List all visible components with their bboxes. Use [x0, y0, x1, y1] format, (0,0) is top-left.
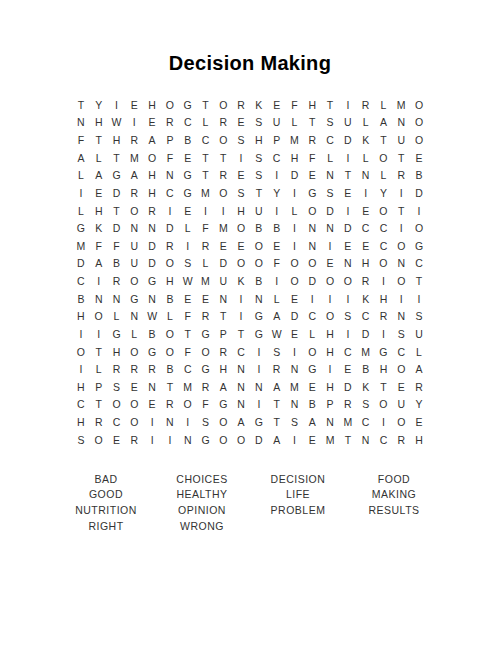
grid-cell[interactable]: G	[179, 96, 197, 114]
grid-cell[interactable]: I	[250, 360, 268, 378]
grid-cell[interactable]: I	[268, 202, 286, 220]
grid-cell[interactable]: O	[375, 255, 393, 273]
grid-cell[interactable]: O	[392, 237, 410, 255]
grid-cell[interactable]: R	[125, 184, 143, 202]
grid-cell[interactable]: C	[357, 413, 375, 431]
grid-cell[interactable]: I	[286, 237, 304, 255]
grid-cell[interactable]: T	[214, 308, 232, 326]
grid-cell[interactable]: H	[143, 96, 161, 114]
grid-cell[interactable]: C	[232, 343, 250, 361]
grid-cell[interactable]: E	[179, 202, 197, 220]
grid-cell[interactable]: E	[303, 378, 321, 396]
grid-cell[interactable]: I	[232, 308, 250, 326]
grid-cell[interactable]: E	[179, 149, 197, 167]
grid-cell[interactable]: N	[161, 413, 179, 431]
grid-cell[interactable]: C	[375, 431, 393, 449]
grid-cell[interactable]: O	[214, 184, 232, 202]
grid-cell[interactable]: K	[357, 290, 375, 308]
grid-cell[interactable]: C	[72, 272, 90, 290]
grid-cell[interactable]: M	[286, 131, 304, 149]
grid-cell[interactable]: M	[197, 184, 215, 202]
grid-cell[interactable]: E	[197, 290, 215, 308]
grid-cell[interactable]: O	[392, 272, 410, 290]
grid-cell[interactable]: F	[197, 219, 215, 237]
grid-cell[interactable]: H	[143, 167, 161, 185]
grid-cell[interactable]: I	[90, 272, 108, 290]
grid-cell[interactable]: N	[321, 219, 339, 237]
grid-cell[interactable]: Y	[410, 396, 428, 414]
grid-cell[interactable]: O	[392, 360, 410, 378]
grid-cell[interactable]: T	[339, 167, 357, 185]
grid-cell[interactable]: I	[108, 96, 126, 114]
grid-cell[interactable]: I	[321, 237, 339, 255]
grid-cell[interactable]: I	[321, 360, 339, 378]
grid-cell[interactable]: W	[179, 272, 197, 290]
grid-cell[interactable]: A	[268, 308, 286, 326]
grid-cell[interactable]: R	[197, 378, 215, 396]
grid-cell[interactable]: L	[286, 202, 304, 220]
grid-cell[interactable]: T	[232, 325, 250, 343]
grid-cell[interactable]: M	[125, 149, 143, 167]
grid-cell[interactable]: A	[303, 413, 321, 431]
grid-cell[interactable]: N	[90, 290, 108, 308]
grid-cell[interactable]: W	[143, 308, 161, 326]
grid-cell[interactable]: O	[375, 149, 393, 167]
grid-cell[interactable]: Y	[268, 184, 286, 202]
grid-cell[interactable]: L	[90, 360, 108, 378]
grid-cell[interactable]: I	[339, 325, 357, 343]
grid-cell[interactable]: O	[214, 131, 232, 149]
grid-cell[interactable]: H	[232, 202, 250, 220]
grid-cell[interactable]: O	[214, 413, 232, 431]
grid-cell[interactable]: K	[90, 219, 108, 237]
grid-cell[interactable]: I	[125, 114, 143, 132]
grid-cell[interactable]: N	[214, 290, 232, 308]
grid-cell[interactable]: A	[232, 413, 250, 431]
grid-cell[interactable]: F	[179, 308, 197, 326]
grid-cell[interactable]: E	[410, 413, 428, 431]
grid-cell[interactable]: E	[125, 378, 143, 396]
grid-cell[interactable]: D	[214, 255, 232, 273]
grid-cell[interactable]: I	[286, 431, 304, 449]
grid-cell[interactable]: H	[303, 96, 321, 114]
grid-cell[interactable]: N	[72, 114, 90, 132]
grid-cell[interactable]: O	[232, 219, 250, 237]
grid-cell[interactable]: O	[161, 96, 179, 114]
grid-cell[interactable]: P	[214, 325, 232, 343]
grid-cell[interactable]: B	[410, 167, 428, 185]
grid-cell[interactable]: N	[161, 167, 179, 185]
grid-cell[interactable]: T	[410, 272, 428, 290]
grid-cell[interactable]: O	[125, 413, 143, 431]
grid-cell[interactable]: T	[90, 343, 108, 361]
grid-cell[interactable]: A	[125, 167, 143, 185]
grid-cell[interactable]: O	[375, 202, 393, 220]
grid-cell[interactable]: B	[250, 219, 268, 237]
grid-cell[interactable]: D	[286, 308, 304, 326]
grid-cell[interactable]: R	[197, 308, 215, 326]
grid-cell[interactable]: C	[179, 360, 197, 378]
grid-cell[interactable]: S	[232, 131, 250, 149]
grid-cell[interactable]: O	[161, 325, 179, 343]
grid-cell[interactable]: O	[303, 255, 321, 273]
grid-cell[interactable]: O	[125, 396, 143, 414]
grid-cell[interactable]: E	[214, 237, 232, 255]
grid-cell[interactable]: D	[143, 255, 161, 273]
grid-cell[interactable]: H	[72, 413, 90, 431]
grid-cell[interactable]: N	[232, 396, 250, 414]
grid-cell[interactable]: A	[268, 378, 286, 396]
grid-cell[interactable]: F	[179, 343, 197, 361]
grid-cell[interactable]: O	[286, 272, 304, 290]
grid-cell[interactable]: U	[125, 255, 143, 273]
grid-cell[interactable]: L	[72, 167, 90, 185]
grid-cell[interactable]: Y	[90, 96, 108, 114]
grid-cell[interactable]: M	[339, 413, 357, 431]
grid-cell[interactable]: S	[392, 325, 410, 343]
grid-cell[interactable]: R	[90, 413, 108, 431]
grid-cell[interactable]: N	[392, 308, 410, 326]
grid-cell[interactable]: I	[232, 149, 250, 167]
grid-cell[interactable]: N	[143, 219, 161, 237]
grid-cell[interactable]: O	[214, 96, 232, 114]
grid-cell[interactable]: L	[410, 343, 428, 361]
grid-cell[interactable]: L	[72, 202, 90, 220]
grid-cell[interactable]: T	[303, 114, 321, 132]
grid-cell[interactable]: I	[339, 290, 357, 308]
grid-cell[interactable]: T	[197, 167, 215, 185]
grid-cell[interactable]: E	[108, 431, 126, 449]
grid-cell[interactable]: S	[108, 378, 126, 396]
grid-cell[interactable]: H	[375, 290, 393, 308]
grid-cell[interactable]: C	[357, 219, 375, 237]
grid-cell[interactable]: S	[357, 396, 375, 414]
grid-cell[interactable]: T	[250, 184, 268, 202]
grid-cell[interactable]: O	[125, 343, 143, 361]
grid-cell[interactable]: M	[392, 96, 410, 114]
grid-cell[interactable]: B	[72, 290, 90, 308]
grid-cell[interactable]: T	[197, 149, 215, 167]
grid-cell[interactable]: N	[179, 431, 197, 449]
grid-cell[interactable]: M	[321, 431, 339, 449]
grid-cell[interactable]: I	[375, 413, 393, 431]
grid-cell[interactable]: S	[410, 308, 428, 326]
grid-cell[interactable]: T	[214, 149, 232, 167]
grid-cell[interactable]: W	[108, 114, 126, 132]
grid-cell[interactable]: E	[286, 325, 304, 343]
grid-cell[interactable]: H	[90, 114, 108, 132]
grid-cell[interactable]: N	[143, 378, 161, 396]
grid-cell[interactable]: R	[392, 431, 410, 449]
grid-cell[interactable]: I	[90, 325, 108, 343]
grid-cell[interactable]: K	[357, 131, 375, 149]
grid-cell[interactable]: T	[375, 378, 393, 396]
grid-cell[interactable]: I	[375, 325, 393, 343]
grid-cell[interactable]: I	[286, 343, 304, 361]
grid-cell[interactable]: N	[303, 237, 321, 255]
grid-cell[interactable]: N	[232, 360, 250, 378]
grid-cell[interactable]: C	[303, 308, 321, 326]
grid-cell[interactable]: I	[250, 343, 268, 361]
grid-cell[interactable]: O	[410, 219, 428, 237]
grid-cell[interactable]: H	[321, 325, 339, 343]
grid-cell[interactable]: S	[250, 149, 268, 167]
grid-cell[interactable]: R	[125, 360, 143, 378]
grid-cell[interactable]: G	[410, 237, 428, 255]
grid-cell[interactable]: B	[179, 131, 197, 149]
grid-cell[interactable]: N	[125, 308, 143, 326]
grid-cell[interactable]: S	[232, 184, 250, 202]
grid-cell[interactable]: D	[108, 219, 126, 237]
grid-cell[interactable]: E	[357, 202, 375, 220]
grid-cell[interactable]: H	[321, 343, 339, 361]
grid-cell[interactable]: H	[161, 272, 179, 290]
grid-cell[interactable]: R	[108, 360, 126, 378]
grid-cell[interactable]: L	[179, 219, 197, 237]
grid-cell[interactable]: L	[125, 325, 143, 343]
grid-cell[interactable]: L	[161, 308, 179, 326]
grid-cell[interactable]: C	[161, 184, 179, 202]
grid-cell[interactable]: I	[339, 96, 357, 114]
grid-cell[interactable]: D	[72, 255, 90, 273]
grid-cell[interactable]: O	[179, 396, 197, 414]
grid-cell[interactable]: E	[232, 237, 250, 255]
grid-cell[interactable]: M	[357, 343, 375, 361]
grid-cell[interactable]: I	[143, 413, 161, 431]
grid-cell[interactable]: D	[339, 378, 357, 396]
grid-cell[interactable]: G	[375, 343, 393, 361]
grid-cell[interactable]: N	[108, 290, 126, 308]
grid-cell[interactable]: O	[321, 272, 339, 290]
grid-cell[interactable]: C	[179, 114, 197, 132]
grid-cell[interactable]: O	[108, 396, 126, 414]
grid-cell[interactable]: L	[90, 149, 108, 167]
grid-cell[interactable]: R	[125, 431, 143, 449]
grid-cell[interactable]: F	[303, 149, 321, 167]
grid-cell[interactable]: F	[72, 131, 90, 149]
grid-cell[interactable]: K	[232, 272, 250, 290]
grid-cell[interactable]: E	[143, 114, 161, 132]
grid-cell[interactable]: T	[339, 431, 357, 449]
grid-cell[interactable]: I	[161, 202, 179, 220]
grid-cell[interactable]: G	[143, 272, 161, 290]
grid-cell[interactable]: L	[268, 290, 286, 308]
grid-cell[interactable]: S	[72, 431, 90, 449]
grid-cell[interactable]: P	[90, 378, 108, 396]
grid-cell[interactable]: T	[392, 202, 410, 220]
grid-cell[interactable]: E	[232, 114, 250, 132]
grid-cell[interactable]: O	[125, 272, 143, 290]
grid-cell[interactable]: B	[161, 360, 179, 378]
grid-cell[interactable]: R	[197, 237, 215, 255]
grid-cell[interactable]: Y	[375, 184, 393, 202]
grid-cell[interactable]: E	[286, 290, 304, 308]
grid-cell[interactable]: A	[410, 360, 428, 378]
grid-cell[interactable]: C	[339, 343, 357, 361]
grid-cell[interactable]: I	[250, 396, 268, 414]
grid-cell[interactable]: G	[303, 184, 321, 202]
grid-cell[interactable]: S	[339, 308, 357, 326]
grid-cell[interactable]: R	[161, 237, 179, 255]
grid-cell[interactable]: O	[90, 308, 108, 326]
grid-cell[interactable]: H	[321, 378, 339, 396]
grid-cell[interactable]: E	[357, 237, 375, 255]
grid-cell[interactable]: O	[375, 396, 393, 414]
grid-cell[interactable]: O	[232, 255, 250, 273]
grid-cell[interactable]: H	[375, 360, 393, 378]
grid-cell[interactable]: G	[303, 360, 321, 378]
grid-cell[interactable]: I	[72, 184, 90, 202]
grid-cell[interactable]: R	[143, 202, 161, 220]
grid-cell[interactable]: T	[375, 131, 393, 149]
grid-cell[interactable]: G	[125, 290, 143, 308]
grid-cell[interactable]: T	[321, 96, 339, 114]
grid-cell[interactable]: F	[268, 255, 286, 273]
grid-cell[interactable]: H	[108, 131, 126, 149]
grid-cell[interactable]: I	[268, 167, 286, 185]
grid-cell[interactable]: M	[72, 237, 90, 255]
grid-cell[interactable]: I	[286, 219, 304, 237]
grid-cell[interactable]: D	[339, 219, 357, 237]
grid-cell[interactable]: G	[197, 431, 215, 449]
grid-cell[interactable]: H	[72, 308, 90, 326]
grid-cell[interactable]: O	[321, 308, 339, 326]
grid-cell[interactable]: E	[410, 149, 428, 167]
grid-cell[interactable]: H	[214, 360, 232, 378]
grid-cell[interactable]: L	[357, 149, 375, 167]
grid-cell[interactable]: G	[250, 413, 268, 431]
grid-cell[interactable]: O	[214, 431, 232, 449]
grid-cell[interactable]: B	[357, 360, 375, 378]
grid-cell[interactable]: L	[375, 167, 393, 185]
grid-cell[interactable]: U	[250, 202, 268, 220]
grid-cell[interactable]: U	[268, 114, 286, 132]
grid-cell[interactable]: G	[197, 360, 215, 378]
grid-cell[interactable]: H	[72, 378, 90, 396]
grid-cell[interactable]: O	[286, 255, 304, 273]
grid-cell[interactable]: N	[286, 396, 304, 414]
grid-cell[interactable]: T	[179, 325, 197, 343]
grid-cell[interactable]: N	[232, 378, 250, 396]
grid-cell[interactable]: N	[143, 290, 161, 308]
grid-cell[interactable]: T	[108, 202, 126, 220]
grid-cell[interactable]: K	[357, 378, 375, 396]
grid-cell[interactable]: R	[375, 308, 393, 326]
grid-cell[interactable]: U	[392, 131, 410, 149]
grid-cell[interactable]: A	[143, 131, 161, 149]
grid-cell[interactable]: U	[125, 237, 143, 255]
grid-cell[interactable]: F	[197, 396, 215, 414]
grid-cell[interactable]: E	[339, 360, 357, 378]
grid-cell[interactable]: O	[410, 131, 428, 149]
grid-cell[interactable]: R	[268, 360, 286, 378]
grid-cell[interactable]: T	[108, 149, 126, 167]
grid-cell[interactable]: G	[197, 325, 215, 343]
grid-cell[interactable]: P	[161, 131, 179, 149]
grid-cell[interactable]: E	[90, 184, 108, 202]
grid-cell[interactable]: O	[303, 343, 321, 361]
grid-cell[interactable]: R	[357, 272, 375, 290]
grid-cell[interactable]: O	[143, 149, 161, 167]
grid-cell[interactable]: T	[268, 413, 286, 431]
grid-cell[interactable]: M	[197, 272, 215, 290]
grid-cell[interactable]: I	[375, 272, 393, 290]
grid-cell[interactable]: D	[357, 325, 375, 343]
grid-cell[interactable]: E	[321, 255, 339, 273]
grid-cell[interactable]: N	[321, 413, 339, 431]
grid-cell[interactable]: O	[410, 96, 428, 114]
grid-cell[interactable]: O	[392, 413, 410, 431]
grid-cell[interactable]: C	[375, 237, 393, 255]
grid-cell[interactable]: T	[197, 96, 215, 114]
grid-cell[interactable]: B	[250, 272, 268, 290]
grid-cell[interactable]: T	[90, 396, 108, 414]
grid-cell[interactable]: E	[268, 237, 286, 255]
grid-cell[interactable]: M	[286, 378, 304, 396]
grid-cell[interactable]: D	[410, 184, 428, 202]
grid-cell[interactable]: S	[268, 343, 286, 361]
grid-cell[interactable]: G	[179, 167, 197, 185]
grid-cell[interactable]: O	[161, 255, 179, 273]
grid-cell[interactable]: B	[303, 396, 321, 414]
grid-cell[interactable]: I	[321, 290, 339, 308]
grid-cell[interactable]: N	[250, 378, 268, 396]
grid-cell[interactable]: H	[410, 431, 428, 449]
grid-cell[interactable]: G	[108, 167, 126, 185]
grid-cell[interactable]: R	[214, 114, 232, 132]
grid-cell[interactable]: N	[357, 431, 375, 449]
grid-cell[interactable]: F	[90, 237, 108, 255]
grid-cell[interactable]: B	[161, 290, 179, 308]
grid-cell[interactable]: U	[392, 396, 410, 414]
grid-cell[interactable]: T	[90, 131, 108, 149]
grid-cell[interactable]: C	[108, 413, 126, 431]
grid-cell[interactable]: D	[108, 184, 126, 202]
grid-cell[interactable]: L	[108, 308, 126, 326]
grid-cell[interactable]: S	[179, 255, 197, 273]
grid-cell[interactable]: L	[303, 325, 321, 343]
grid-cell[interactable]: I	[392, 184, 410, 202]
grid-cell[interactable]: I	[410, 202, 428, 220]
grid-cell[interactable]: O	[90, 431, 108, 449]
grid-cell[interactable]: T	[392, 149, 410, 167]
grid-cell[interactable]: C	[72, 396, 90, 414]
grid-cell[interactable]: I	[410, 290, 428, 308]
grid-cell[interactable]: C	[410, 255, 428, 273]
grid-cell[interactable]: L	[357, 114, 375, 132]
grid-cell[interactable]: I	[339, 202, 357, 220]
grid-cell[interactable]: S	[286, 413, 304, 431]
grid-cell[interactable]: G	[250, 308, 268, 326]
grid-cell[interactable]: H	[143, 184, 161, 202]
grid-cell[interactable]: I	[197, 202, 215, 220]
grid-cell[interactable]: I	[392, 219, 410, 237]
grid-cell[interactable]: B	[108, 255, 126, 273]
grid-cell[interactable]: L	[197, 255, 215, 273]
grid-cell[interactable]: N	[250, 290, 268, 308]
grid-cell[interactable]: R	[161, 114, 179, 132]
grid-cell[interactable]: G	[72, 219, 90, 237]
grid-cell[interactable]: N	[357, 167, 375, 185]
grid-cell[interactable]: S	[197, 413, 215, 431]
grid-cell[interactable]: R	[232, 96, 250, 114]
grid-cell[interactable]: P	[268, 131, 286, 149]
grid-cell[interactable]: R	[410, 378, 428, 396]
grid-cell[interactable]: H	[250, 131, 268, 149]
grid-cell[interactable]: H	[357, 255, 375, 273]
grid-cell[interactable]: R	[392, 167, 410, 185]
grid-cell[interactable]: D	[303, 272, 321, 290]
